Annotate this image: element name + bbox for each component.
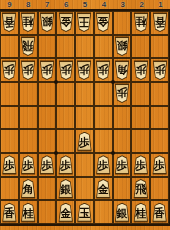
sente-pawn[interactable]: 歩 xyxy=(76,132,92,151)
square-1f[interactable] xyxy=(150,129,169,153)
square-3a[interactable] xyxy=(113,11,132,35)
koma-tile: 歩 xyxy=(114,84,130,103)
koma-tile: 桂 xyxy=(20,203,36,222)
square-8h[interactable]: 角 xyxy=(19,177,38,201)
sente-pawn[interactable]: 歩 xyxy=(39,155,55,174)
square-2i[interactable]: 桂 xyxy=(131,200,150,224)
gote-silver[interactable]: 銀 xyxy=(114,37,130,56)
sente-lance[interactable]: 香 xyxy=(1,203,17,222)
square-6b[interactable] xyxy=(56,35,75,59)
square-1h[interactable] xyxy=(150,177,169,201)
gote-pawn[interactable]: 歩 xyxy=(114,84,130,103)
square-4c[interactable]: 歩 xyxy=(94,58,113,82)
koma-kanji: 歩 xyxy=(60,63,71,76)
koma-tile: 金 xyxy=(95,13,111,32)
koma-tile: 銀 xyxy=(39,13,55,32)
koma-face: 角 xyxy=(21,180,35,197)
sente-gold[interactable]: 金 xyxy=(58,203,74,222)
koma-face: 歩 xyxy=(59,62,73,79)
square-4g[interactable]: 歩 xyxy=(94,153,113,177)
gote-bishop[interactable]: 角 xyxy=(114,61,130,80)
square-1e[interactable] xyxy=(150,106,169,130)
koma-tile: 歩 xyxy=(58,155,74,174)
square-2e[interactable] xyxy=(131,106,150,130)
koma-kanji: 飛 xyxy=(23,39,34,52)
koma-kanji: 桂 xyxy=(135,207,146,220)
square-9c[interactable]: 歩 xyxy=(0,58,19,82)
sente-pawn[interactable]: 歩 xyxy=(152,155,168,174)
koma-kanji: 桂 xyxy=(23,207,34,220)
koma-kanji: 歩 xyxy=(79,63,90,76)
koma-face: 歩 xyxy=(134,156,148,173)
square-4e[interactable] xyxy=(94,106,113,130)
koma-kanji: 香 xyxy=(154,15,165,28)
koma-face: 王 xyxy=(77,14,91,31)
koma-face: 金 xyxy=(96,180,110,197)
koma-tile: 歩 xyxy=(95,155,111,174)
koma-face: 銀 xyxy=(40,14,54,31)
gote-lance[interactable]: 香 xyxy=(1,13,17,32)
file-label-8: 8 xyxy=(19,0,38,9)
koma-face: 香 xyxy=(2,14,16,31)
koma-face: 歩 xyxy=(77,133,91,150)
koma-tile: 銀 xyxy=(58,179,74,198)
square-3g[interactable]: 歩 xyxy=(113,153,132,177)
koma-tile: 香 xyxy=(152,13,168,32)
square-7g[interactable]: 歩 xyxy=(38,153,57,177)
sente-bishop[interactable]: 角 xyxy=(20,179,36,198)
file-label-6: 6 xyxy=(57,0,76,9)
sente-silver[interactable]: 銀 xyxy=(58,179,74,198)
shogi-board: 香桂銀金王金桂香飛銀歩歩歩歩歩歩角歩歩歩歩歩歩歩歩歩歩歩歩角銀金飛香桂金玉銀桂香 xyxy=(0,9,170,226)
koma-face: 飛 xyxy=(134,180,148,197)
square-7c[interactable]: 歩 xyxy=(38,58,57,82)
square-9e[interactable] xyxy=(0,106,19,130)
koma-kanji: 香 xyxy=(4,15,15,28)
koma-tile: 金 xyxy=(58,203,74,222)
square-2g[interactable]: 歩 xyxy=(131,153,150,177)
koma-face: 歩 xyxy=(40,156,54,173)
square-9d[interactable] xyxy=(0,82,19,106)
koma-face: 金 xyxy=(96,14,110,31)
koma-face: 香 xyxy=(2,204,16,221)
koma-kanji: 桂 xyxy=(135,15,146,28)
gote-pawn[interactable]: 歩 xyxy=(20,61,36,80)
file-label-5: 5 xyxy=(76,0,95,9)
gote-knight[interactable]: 桂 xyxy=(133,13,149,32)
koma-kanji: 歩 xyxy=(23,63,34,76)
koma-face: 歩 xyxy=(2,156,16,173)
file-label-3: 3 xyxy=(113,0,132,9)
koma-face: 歩 xyxy=(115,85,129,102)
koma-kanji: 桂 xyxy=(23,15,34,28)
square-9b[interactable] xyxy=(0,35,19,59)
koma-tile: 歩 xyxy=(39,155,55,174)
square-8g[interactable]: 歩 xyxy=(19,153,38,177)
square-9h[interactable] xyxy=(0,177,19,201)
koma-kanji: 銀 xyxy=(60,183,71,196)
square-2c[interactable]: 歩 xyxy=(131,58,150,82)
square-3h[interactable] xyxy=(113,177,132,201)
koma-kanji: 歩 xyxy=(98,63,109,76)
koma-face: 歩 xyxy=(21,62,35,79)
sente-pawn[interactable]: 歩 xyxy=(20,155,36,174)
square-6a[interactable]: 金 xyxy=(56,11,75,35)
square-5c[interactable]: 歩 xyxy=(75,58,94,82)
sente-gold[interactable]: 金 xyxy=(95,179,111,198)
koma-kanji: 金 xyxy=(98,183,109,196)
koma-kanji: 香 xyxy=(154,207,165,220)
koma-face: 歩 xyxy=(59,156,73,173)
sente-pawn[interactable]: 歩 xyxy=(95,155,111,174)
koma-face: 歩 xyxy=(21,156,35,173)
koma-face: 桂 xyxy=(134,14,148,31)
koma-kanji: 角 xyxy=(23,183,34,196)
hoshi-dot xyxy=(54,80,58,84)
gote-pawn[interactable]: 歩 xyxy=(76,61,92,80)
koma-tile: 玉 xyxy=(76,203,92,222)
square-7b[interactable] xyxy=(38,35,57,59)
koma-face: 飛 xyxy=(21,38,35,55)
gote-rook[interactable]: 飛 xyxy=(20,37,36,56)
square-1a[interactable]: 香 xyxy=(150,11,169,35)
koma-face: 角 xyxy=(115,62,129,79)
koma-tile: 飛 xyxy=(133,179,149,198)
koma-kanji: 歩 xyxy=(23,159,34,172)
koma-kanji: 金 xyxy=(98,15,109,28)
hoshi-dot xyxy=(111,151,115,155)
square-6c[interactable]: 歩 xyxy=(56,58,75,82)
koma-tile: 桂 xyxy=(20,13,36,32)
square-7f[interactable] xyxy=(38,129,57,153)
sente-king[interactable]: 玉 xyxy=(76,203,92,222)
koma-kanji: 歩 xyxy=(98,159,109,172)
koma-face: 香 xyxy=(153,14,167,31)
square-9f[interactable] xyxy=(0,129,19,153)
square-1d[interactable] xyxy=(150,82,169,106)
koma-kanji: 銀 xyxy=(117,39,128,52)
square-1g[interactable]: 歩 xyxy=(150,153,169,177)
koma-tile: 歩 xyxy=(133,155,149,174)
square-4f[interactable] xyxy=(94,129,113,153)
koma-tile: 歩 xyxy=(152,61,168,80)
koma-tile: 角 xyxy=(114,61,130,80)
square-8e[interactable] xyxy=(19,106,38,130)
koma-kanji: 歩 xyxy=(60,159,71,172)
koma-kanji: 金 xyxy=(60,207,71,220)
square-2h[interactable]: 飛 xyxy=(131,177,150,201)
hoshi-dot xyxy=(54,151,58,155)
square-7e[interactable] xyxy=(38,106,57,130)
koma-kanji: 銀 xyxy=(41,15,52,28)
square-8d[interactable] xyxy=(19,82,38,106)
gote-gold[interactable]: 金 xyxy=(95,13,111,32)
square-9i[interactable]: 香 xyxy=(0,200,19,224)
sente-pawn[interactable]: 歩 xyxy=(58,155,74,174)
square-2b[interactable] xyxy=(131,35,150,59)
koma-face: 銀 xyxy=(115,38,129,55)
gote-gold[interactable]: 金 xyxy=(58,13,74,32)
koma-kanji: 歩 xyxy=(4,159,15,172)
koma-kanji: 歩 xyxy=(41,159,52,172)
gote-knight[interactable]: 桂 xyxy=(20,13,36,32)
square-6i[interactable]: 金 xyxy=(56,200,75,224)
square-2d[interactable] xyxy=(131,82,150,106)
koma-tile: 歩 xyxy=(95,61,111,80)
sente-pawn[interactable]: 歩 xyxy=(1,155,17,174)
koma-face: 桂 xyxy=(21,14,35,31)
koma-face: 歩 xyxy=(2,62,16,79)
square-7d[interactable] xyxy=(38,82,57,106)
koma-tile: 金 xyxy=(58,13,74,32)
koma-kanji: 角 xyxy=(117,63,128,76)
koma-face: 歩 xyxy=(40,62,54,79)
koma-tile: 香 xyxy=(152,203,168,222)
koma-kanji: 歩 xyxy=(154,63,165,76)
gote-pawn[interactable]: 歩 xyxy=(95,61,111,80)
sente-lance[interactable]: 香 xyxy=(152,203,168,222)
koma-tile: 香 xyxy=(1,203,17,222)
koma-face: 銀 xyxy=(59,180,73,197)
square-9a[interactable]: 香 xyxy=(0,11,19,35)
koma-kanji: 王 xyxy=(79,15,90,28)
koma-tile: 歩 xyxy=(114,155,130,174)
sente-knight[interactable]: 桂 xyxy=(133,203,149,222)
sente-knight[interactable]: 桂 xyxy=(20,203,36,222)
koma-tile: 歩 xyxy=(39,61,55,80)
koma-tile: 歩 xyxy=(20,61,36,80)
sente-pawn[interactable]: 歩 xyxy=(114,155,130,174)
square-6d[interactable] xyxy=(56,82,75,106)
koma-kanji: 歩 xyxy=(135,63,146,76)
file-label-4: 4 xyxy=(94,0,113,9)
square-1i[interactable]: 香 xyxy=(150,200,169,224)
square-5a[interactable]: 王 xyxy=(75,11,94,35)
gote-king[interactable]: 王 xyxy=(76,13,92,32)
square-8a[interactable]: 桂 xyxy=(19,11,38,35)
square-3b[interactable]: 銀 xyxy=(113,35,132,59)
square-7a[interactable]: 銀 xyxy=(38,11,57,35)
square-8b[interactable]: 飛 xyxy=(19,35,38,59)
koma-kanji: 歩 xyxy=(154,159,165,172)
koma-kanji: 銀 xyxy=(117,207,128,220)
koma-kanji: 玉 xyxy=(79,207,90,220)
gote-pawn[interactable]: 歩 xyxy=(152,61,168,80)
koma-kanji: 香 xyxy=(4,207,15,220)
square-5e[interactable] xyxy=(75,106,94,130)
square-6e[interactable] xyxy=(56,106,75,130)
shogi-app: 987654321 香桂銀金王金桂香飛銀歩歩歩歩歩歩角歩歩歩歩歩歩歩歩歩歩歩歩角… xyxy=(0,0,170,230)
gote-pawn[interactable]: 歩 xyxy=(58,61,74,80)
square-6f[interactable] xyxy=(56,129,75,153)
square-5d[interactable] xyxy=(75,82,94,106)
square-3c[interactable]: 角 xyxy=(113,58,132,82)
koma-tile: 香 xyxy=(1,13,17,32)
square-6h[interactable]: 銀 xyxy=(56,177,75,201)
koma-face: 歩 xyxy=(96,156,110,173)
gote-pawn[interactable]: 歩 xyxy=(1,61,17,80)
file-label-9: 9 xyxy=(0,0,19,9)
square-2a[interactable]: 桂 xyxy=(131,11,150,35)
hoshi-dot xyxy=(111,80,115,84)
koma-face: 歩 xyxy=(96,62,110,79)
square-8f[interactable] xyxy=(19,129,38,153)
square-5i[interactable]: 玉 xyxy=(75,200,94,224)
square-8c[interactable]: 歩 xyxy=(19,58,38,82)
koma-tile: 歩 xyxy=(1,61,17,80)
koma-tile: 銀 xyxy=(114,203,130,222)
sente-rook[interactable]: 飛 xyxy=(133,179,149,198)
file-label-1: 1 xyxy=(151,0,170,9)
square-6g[interactable]: 歩 xyxy=(56,153,75,177)
koma-kanji: 歩 xyxy=(4,63,15,76)
gote-pawn[interactable]: 歩 xyxy=(39,61,55,80)
square-4a[interactable]: 金 xyxy=(94,11,113,35)
koma-face: 金 xyxy=(59,204,73,221)
koma-face: 歩 xyxy=(153,62,167,79)
koma-tile: 桂 xyxy=(133,203,149,222)
file-label-7: 7 xyxy=(38,0,57,9)
koma-tile: 銀 xyxy=(114,37,130,56)
koma-face: 桂 xyxy=(21,204,35,221)
koma-tile: 歩 xyxy=(76,132,92,151)
koma-face: 桂 xyxy=(134,204,148,221)
koma-face: 銀 xyxy=(115,204,129,221)
square-5f[interactable]: 歩 xyxy=(75,129,94,153)
square-9g[interactable]: 歩 xyxy=(0,153,19,177)
koma-tile: 歩 xyxy=(133,61,149,80)
sente-pawn[interactable]: 歩 xyxy=(133,155,149,174)
koma-tile: 角 xyxy=(20,179,36,198)
square-5h[interactable] xyxy=(75,177,94,201)
square-4i[interactable] xyxy=(94,200,113,224)
square-7i[interactable] xyxy=(38,200,57,224)
koma-tile: 歩 xyxy=(1,155,17,174)
koma-kanji: 歩 xyxy=(79,136,90,149)
koma-tile: 歩 xyxy=(76,61,92,80)
koma-tile: 歩 xyxy=(20,155,36,174)
koma-tile: 歩 xyxy=(58,61,74,80)
square-1c[interactable]: 歩 xyxy=(150,58,169,82)
square-3e[interactable] xyxy=(113,106,132,130)
gote-silver[interactable]: 銀 xyxy=(39,13,55,32)
square-4h[interactable]: 金 xyxy=(94,177,113,201)
koma-tile: 王 xyxy=(76,13,92,32)
sente-silver[interactable]: 銀 xyxy=(114,203,130,222)
koma-face: 香 xyxy=(153,204,167,221)
gote-pawn[interactable]: 歩 xyxy=(133,61,149,80)
square-3d[interactable]: 歩 xyxy=(113,82,132,106)
koma-face: 歩 xyxy=(77,62,91,79)
square-1b[interactable] xyxy=(150,35,169,59)
gote-lance[interactable]: 香 xyxy=(152,13,168,32)
koma-kanji: 飛 xyxy=(135,183,146,196)
square-3i[interactable]: 銀 xyxy=(113,200,132,224)
koma-kanji: 歩 xyxy=(117,86,128,99)
square-8i[interactable]: 桂 xyxy=(19,200,38,224)
square-4d[interactable] xyxy=(94,82,113,106)
file-labels: 987654321 xyxy=(0,0,170,9)
koma-kanji: 歩 xyxy=(117,159,128,172)
square-2f[interactable] xyxy=(131,129,150,153)
square-3f[interactable] xyxy=(113,129,132,153)
koma-face: 歩 xyxy=(115,156,129,173)
koma-kanji: 金 xyxy=(60,15,71,28)
koma-tile: 桂 xyxy=(133,13,149,32)
koma-face: 玉 xyxy=(77,204,91,221)
square-4b[interactable] xyxy=(94,35,113,59)
koma-face: 金 xyxy=(59,14,73,31)
koma-kanji: 歩 xyxy=(135,159,146,172)
koma-tile: 歩 xyxy=(152,155,168,174)
koma-face: 歩 xyxy=(134,62,148,79)
file-label-2: 2 xyxy=(132,0,151,9)
square-5g[interactable] xyxy=(75,153,94,177)
square-5b[interactable] xyxy=(75,35,94,59)
koma-tile: 飛 xyxy=(20,37,36,56)
koma-face: 歩 xyxy=(153,156,167,173)
koma-tile: 金 xyxy=(95,179,111,198)
koma-kanji: 歩 xyxy=(41,63,52,76)
square-7h[interactable] xyxy=(38,177,57,201)
